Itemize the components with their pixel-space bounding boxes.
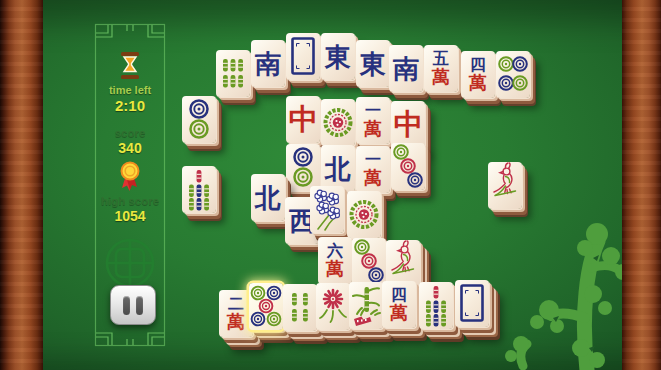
tile-east-wind[interactable]: 東 [321, 33, 355, 80]
tile-red-dragon[interactable]: 中 [286, 96, 320, 143]
tile-6-characters[interactable]: 六萬 [318, 237, 352, 284]
tile-south-wind[interactable]: 南 [389, 45, 423, 92]
pause-button[interactable] [110, 285, 156, 325]
tile-2-circles[interactable] [286, 144, 320, 191]
tile-1-circles[interactable] [347, 191, 381, 238]
tile-flower-orchid[interactable] [310, 186, 344, 233]
score-value: 340 [70, 140, 190, 156]
tile-5-characters[interactable]: 五萬 [424, 45, 458, 92]
score-label: score [70, 127, 190, 139]
tile-east-wind[interactable]: 東 [356, 40, 390, 87]
high-score-value: 1054 [70, 208, 190, 224]
tile-flower-bamboo[interactable] [349, 282, 383, 329]
tile-4-characters[interactable]: 四萬 [461, 51, 495, 98]
tile-1-characters[interactable]: 一萬 [356, 146, 390, 193]
tile-3-circles[interactable] [352, 238, 386, 285]
tile-white-dragon[interactable] [455, 280, 489, 327]
tile-5-circles-selected[interactable] [249, 283, 283, 330]
tile-4-characters[interactable]: 四萬 [382, 281, 416, 328]
tile-2-characters[interactable]: 二萬 [219, 290, 253, 337]
tile-flower-chrysanthemum[interactable] [316, 283, 350, 330]
time-left-value: 2:10 [70, 97, 190, 114]
tile-north-wind[interactable]: 北 [251, 174, 285, 221]
game-screen: time left 2:10 score 340 high score 1054… [0, 0, 661, 370]
hourglass-icon [118, 52, 142, 79]
tile-south-wind[interactable]: 南 [251, 40, 285, 87]
tile-7-bamboo[interactable] [419, 282, 453, 329]
sidebar: time left 2:10 score 340 high score 1054 [94, 23, 166, 347]
tile-1-bamboo-bird[interactable] [488, 162, 522, 209]
tile-1-circles[interactable] [321, 99, 355, 146]
tile-4-circles[interactable] [496, 51, 530, 98]
pause-icon [123, 296, 130, 315]
wood-frame-right [622, 0, 661, 370]
tile-4-bamboo[interactable] [283, 284, 317, 331]
tile-north-wind[interactable]: 北 [321, 145, 355, 192]
tile-white-dragon[interactable] [286, 33, 320, 80]
pause-icon [136, 296, 143, 315]
tile-3-circles[interactable] [391, 143, 425, 190]
tile-1-bamboo-bird[interactable] [386, 240, 420, 287]
wood-frame-left [0, 0, 43, 370]
high-score-label: high score [70, 195, 190, 207]
medal-icon [117, 161, 143, 193]
tile-1-characters[interactable]: 一萬 [356, 97, 390, 144]
time-left-label: time left [70, 84, 190, 96]
tile-red-dragon[interactable]: 中 [391, 101, 425, 148]
knot-emblem-icon [104, 237, 156, 289]
tile-6-bamboo[interactable] [216, 50, 250, 97]
